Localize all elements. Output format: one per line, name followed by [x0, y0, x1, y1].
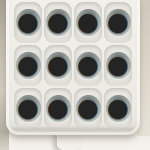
tray-cell[interactable]: ●: [104, 2, 132, 43]
black-stone[interactable]: ●: [17, 95, 39, 120]
black-stone[interactable]: ●: [107, 95, 129, 120]
stone-well: ●: [46, 95, 71, 122]
tray-photo: ●●●●●●●●●●●●: [0, 0, 150, 150]
stone-well: ●: [16, 52, 41, 79]
black-stone[interactable]: ●: [77, 95, 99, 120]
black-stone[interactable]: ●: [77, 52, 99, 77]
black-stone[interactable]: ●: [47, 52, 69, 77]
stone-well: ●: [46, 52, 71, 79]
black-stone[interactable]: ●: [107, 9, 129, 34]
stone-well: ●: [76, 52, 101, 79]
black-stone[interactable]: ●: [17, 9, 39, 34]
black-stone[interactable]: ●: [47, 9, 69, 34]
stone-tray: ●●●●●●●●●●●●: [6, 0, 140, 135]
black-stone[interactable]: ●: [77, 9, 99, 34]
black-stone[interactable]: ●: [47, 95, 69, 120]
stone-well: ●: [16, 9, 41, 36]
black-stone[interactable]: ●: [17, 52, 39, 77]
black-stone[interactable]: ●: [107, 52, 129, 77]
stone-well: ●: [76, 95, 101, 122]
stone-well: ●: [106, 95, 131, 122]
stone-well: ●: [46, 9, 71, 36]
tray-cell[interactable]: ●: [74, 88, 102, 129]
tray-cell[interactable]: ●: [44, 2, 72, 43]
stone-well: ●: [76, 9, 101, 36]
tray-cell[interactable]: ●: [14, 2, 42, 43]
stone-well: ●: [106, 52, 131, 79]
stone-well: ●: [106, 9, 131, 36]
tray-cell[interactable]: ●: [44, 45, 72, 86]
tray-cell[interactable]: ●: [104, 45, 132, 86]
tray-cell[interactable]: ●: [14, 45, 42, 86]
tray-cell[interactable]: ●: [74, 45, 102, 86]
tray-cell[interactable]: ●: [74, 2, 102, 43]
tray-grid: ●●●●●●●●●●●●: [14, 2, 132, 129]
tray-cell[interactable]: ●: [44, 88, 72, 129]
tray-cell[interactable]: ●: [14, 88, 42, 129]
stone-well: ●: [16, 95, 41, 122]
tray-cell[interactable]: ●: [104, 88, 132, 129]
